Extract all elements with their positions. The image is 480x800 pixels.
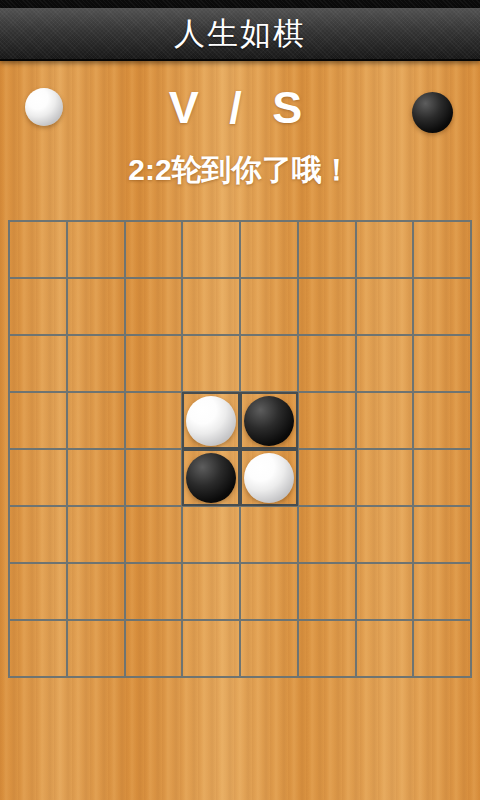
board-cell[interactable]	[125, 449, 183, 506]
board-cell[interactable]	[182, 392, 240, 449]
board-cell[interactable]	[413, 392, 471, 449]
board-cell[interactable]	[298, 278, 356, 335]
black-disc	[186, 453, 236, 503]
board-cell[interactable]	[125, 278, 183, 335]
board-cell[interactable]	[413, 563, 471, 620]
title-bar: 人生如棋	[0, 8, 480, 61]
board-cell[interactable]	[67, 221, 125, 278]
game-board	[8, 220, 472, 678]
vs-label: V / S	[0, 82, 480, 134]
board-cell[interactable]	[182, 221, 240, 278]
board-cell[interactable]	[298, 221, 356, 278]
board-cell[interactable]	[240, 392, 298, 449]
board-cell[interactable]	[182, 620, 240, 677]
white-disc	[186, 396, 236, 446]
board-cell[interactable]	[356, 392, 414, 449]
app-title: 人生如棋	[174, 13, 306, 55]
board-cell[interactable]	[67, 392, 125, 449]
board-cell[interactable]	[298, 335, 356, 392]
board-cell[interactable]	[356, 449, 414, 506]
board-cell[interactable]	[356, 221, 414, 278]
white-disc	[244, 453, 294, 503]
board-cell[interactable]	[298, 392, 356, 449]
board-cell[interactable]	[125, 506, 183, 563]
board-cell[interactable]	[9, 449, 67, 506]
status-bar	[0, 0, 480, 8]
board-cell[interactable]	[356, 278, 414, 335]
board-cell[interactable]	[240, 278, 298, 335]
board-cell[interactable]	[9, 392, 67, 449]
board-cell[interactable]	[182, 449, 240, 506]
board-cell[interactable]	[413, 221, 471, 278]
board-cell[interactable]	[413, 335, 471, 392]
board-cell[interactable]	[413, 506, 471, 563]
board-cell[interactable]	[67, 278, 125, 335]
board-cell[interactable]	[298, 449, 356, 506]
board-cell[interactable]	[125, 221, 183, 278]
board-cell[interactable]	[9, 278, 67, 335]
board-cell[interactable]	[356, 620, 414, 677]
board-cell[interactable]	[9, 620, 67, 677]
board-cell[interactable]	[125, 335, 183, 392]
board-cell[interactable]	[9, 563, 67, 620]
board-cell[interactable]	[240, 620, 298, 677]
board-cell[interactable]	[413, 620, 471, 677]
board-cell[interactable]	[67, 506, 125, 563]
app-screen: 人生如棋 V / S 2:2轮到你了哦！	[0, 0, 480, 800]
board-cell[interactable]	[298, 506, 356, 563]
board-cell[interactable]	[125, 620, 183, 677]
board-cell[interactable]	[67, 335, 125, 392]
board-cell[interactable]	[67, 620, 125, 677]
board-cell[interactable]	[182, 335, 240, 392]
board-cell[interactable]	[182, 278, 240, 335]
board-cell[interactable]	[9, 221, 67, 278]
board-cell[interactable]	[182, 563, 240, 620]
board-cell[interactable]	[125, 392, 183, 449]
board-cell[interactable]	[240, 449, 298, 506]
board-cell[interactable]	[240, 506, 298, 563]
board-cell[interactable]	[9, 335, 67, 392]
board-cell[interactable]	[240, 221, 298, 278]
board-cell[interactable]	[9, 506, 67, 563]
board-cell[interactable]	[67, 563, 125, 620]
board-cell[interactable]	[356, 506, 414, 563]
board-cell[interactable]	[240, 563, 298, 620]
board-cell[interactable]	[356, 335, 414, 392]
board-cell[interactable]	[413, 278, 471, 335]
board-cell[interactable]	[356, 563, 414, 620]
board-cell[interactable]	[298, 620, 356, 677]
board-cell[interactable]	[67, 449, 125, 506]
board-cell[interactable]	[298, 563, 356, 620]
board-cell[interactable]	[240, 335, 298, 392]
board-cell[interactable]	[413, 449, 471, 506]
black-player-stone-icon	[412, 92, 453, 133]
turn-status-text: 2:2轮到你了哦！	[0, 150, 480, 191]
black-disc	[244, 396, 294, 446]
board-cell[interactable]	[182, 506, 240, 563]
board-cell[interactable]	[125, 563, 183, 620]
